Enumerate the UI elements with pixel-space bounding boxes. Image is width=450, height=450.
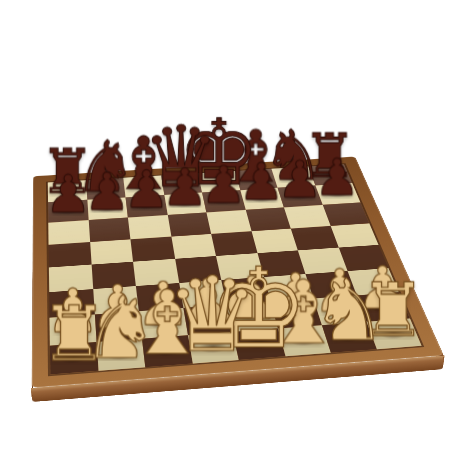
square-h6[interactable] <box>322 202 369 225</box>
square-b6[interactable] <box>88 218 130 242</box>
product-photo-stage: ♜♞♝♛♚♝♞♜♟♟♟♟♟♟♟♟♟♟♟♟♟♟♟♟♜♞♝♛♚♝♞♜ <box>0 0 450 450</box>
board-left-edge <box>32 176 35 403</box>
square-h5[interactable] <box>330 223 378 248</box>
chess-board: ♜♞♝♛♚♝♞♜♟♟♟♟♟♟♟♟♟♟♟♟♟♟♟♟♜♞♝♛♚♝♞♜ <box>32 157 444 388</box>
square-e6[interactable] <box>206 210 251 234</box>
square-d6[interactable] <box>167 212 211 236</box>
square-a7[interactable]: ♟ <box>48 200 88 223</box>
square-e7[interactable]: ♟ <box>202 190 245 212</box>
square-d7[interactable]: ♟ <box>164 192 207 215</box>
square-b7[interactable]: ♟ <box>87 197 128 220</box>
square-c6[interactable] <box>128 215 171 239</box>
square-f6[interactable] <box>245 207 290 231</box>
board-grid: ♜♞♝♛♚♝♞♜♟♟♟♟♟♟♟♟♟♟♟♟♟♟♟♟♜♞♝♛♚♝♞♜ <box>48 164 422 374</box>
square-b5[interactable] <box>90 239 133 265</box>
square-a6[interactable] <box>48 220 89 244</box>
square-a5[interactable] <box>49 242 92 268</box>
square-a1[interactable]: ♜ <box>50 342 98 375</box>
square-c7[interactable]: ♟ <box>126 195 168 218</box>
